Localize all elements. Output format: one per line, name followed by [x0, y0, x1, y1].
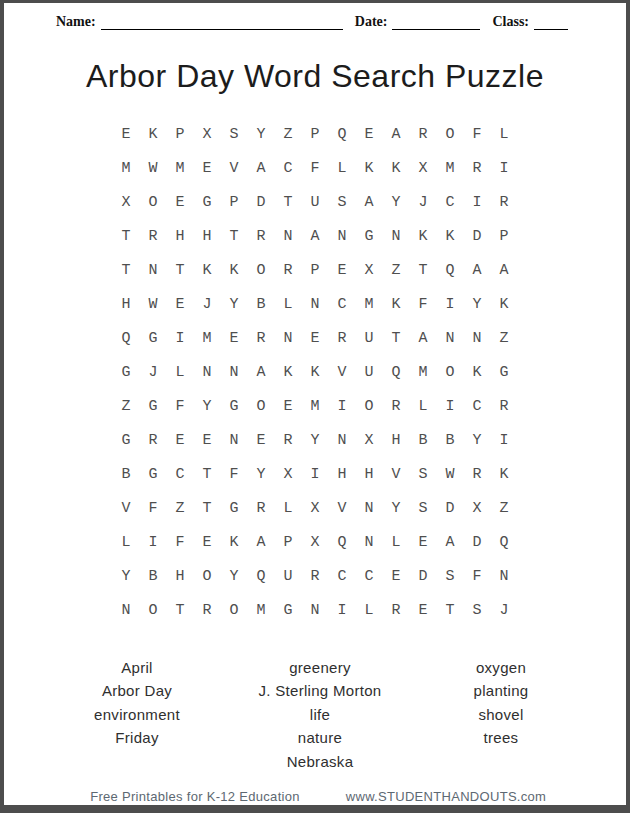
grid-cell: A [356, 185, 383, 219]
word-list-column-3: oxygenplantingshoveltrees [391, 656, 611, 750]
word-item: planting [391, 679, 611, 702]
grid-cell: N [140, 253, 167, 287]
grid-cell: Y [248, 457, 275, 491]
grid-cell: P [302, 117, 329, 151]
class-underline [534, 14, 568, 30]
grid-cell: G [491, 355, 518, 389]
grid-cell: T [275, 185, 302, 219]
grid-cell: Q [383, 355, 410, 389]
grid-cell: H [167, 219, 194, 253]
grid-cell: L [329, 151, 356, 185]
grid-cell: S [329, 185, 356, 219]
grid-cell: S [410, 457, 437, 491]
grid-cell: F [221, 457, 248, 491]
grid-cell: A [248, 355, 275, 389]
grid-cell: R [140, 219, 167, 253]
grid-cell: Y [113, 559, 140, 593]
grid-cell: E [167, 287, 194, 321]
grid-cell: M [410, 355, 437, 389]
grid-cell: F [410, 287, 437, 321]
grid-cell: L [491, 117, 518, 151]
grid-cell: N [194, 355, 221, 389]
grid-cell: T [113, 253, 140, 287]
grid-cell: F [302, 151, 329, 185]
grid-cell: C [464, 389, 491, 423]
grid-cell: R [248, 219, 275, 253]
grid-cell: A [302, 219, 329, 253]
grid-cell: I [329, 389, 356, 423]
grid-cell: R [329, 321, 356, 355]
grid-cell: E [194, 525, 221, 559]
grid-cell: J [410, 185, 437, 219]
grid-cell: Y [383, 185, 410, 219]
grid-cell: B [437, 423, 464, 457]
grid-cell: S [437, 559, 464, 593]
grid-cell: N [464, 321, 491, 355]
grid-cell: V [113, 491, 140, 525]
grid-cell: E [194, 423, 221, 457]
grid-cell: G [194, 185, 221, 219]
grid-cell: X [302, 525, 329, 559]
grid-cell: T [194, 457, 221, 491]
grid-cell: C [329, 287, 356, 321]
grid-cell: H [383, 423, 410, 457]
grid-cell: Z [383, 253, 410, 287]
grid-cell: N [356, 491, 383, 525]
grid-cell: U [302, 185, 329, 219]
grid-cell: O [356, 389, 383, 423]
grid-cell: X [113, 185, 140, 219]
grid-cell: Z [275, 117, 302, 151]
grid-cell: S [464, 593, 491, 627]
grid-cell: N [491, 559, 518, 593]
grid-cell: V [383, 457, 410, 491]
grid-cell: Q [248, 559, 275, 593]
grid-cell: N [221, 355, 248, 389]
grid-cell: C [437, 185, 464, 219]
grid-cell: A [410, 321, 437, 355]
grid-cell: P [491, 219, 518, 253]
grid-cell: K [383, 287, 410, 321]
grid-cell: L [383, 525, 410, 559]
grid-cell: V [329, 355, 356, 389]
grid-cell: G [140, 457, 167, 491]
grid-cell: T [113, 219, 140, 253]
grid-cell: I [302, 457, 329, 491]
name-underline [101, 14, 343, 30]
grid-cell: J [194, 287, 221, 321]
grid-cell: O [248, 389, 275, 423]
grid-cell: F [464, 117, 491, 151]
grid-cell: H [329, 457, 356, 491]
grid-cell: K [302, 355, 329, 389]
grid-cell: S [221, 117, 248, 151]
grid-cell: E [194, 151, 221, 185]
grid-cell: C [167, 457, 194, 491]
word-item: oxygen [391, 656, 611, 679]
grid-cell: Y [302, 423, 329, 457]
class-label: Class: [492, 14, 529, 30]
grid-cell: O [140, 185, 167, 219]
grid-cell: K [275, 355, 302, 389]
grid-cell: R [194, 593, 221, 627]
grid-cell: Y [221, 287, 248, 321]
grid-cell: I [437, 287, 464, 321]
grid-cell: K [491, 287, 518, 321]
grid-cell: M [248, 593, 275, 627]
grid-cell: M [302, 389, 329, 423]
grid-cell: Z [491, 321, 518, 355]
grid-cell: O [140, 593, 167, 627]
grid-cell: B [113, 457, 140, 491]
grid-cell: E [329, 253, 356, 287]
grid-cell: M [437, 151, 464, 185]
grid-cell: M [194, 321, 221, 355]
grid-cell: E [410, 593, 437, 627]
grid-cell: O [437, 117, 464, 151]
grid-cell: R [383, 593, 410, 627]
grid-cell: Q [491, 525, 518, 559]
grid-cell: F [140, 491, 167, 525]
grid-cell: N [113, 593, 140, 627]
word-item: Nebraska [210, 750, 430, 773]
grid-cell: E [302, 321, 329, 355]
grid-cell: Y [194, 389, 221, 423]
grid-cell: P [221, 185, 248, 219]
grid-cell: A [248, 151, 275, 185]
grid-cell: R [491, 389, 518, 423]
grid-cell: X [356, 423, 383, 457]
grid-cell: K [437, 219, 464, 253]
footer-website: www.STUDENTHANDOUTS.com [296, 789, 596, 804]
grid-cell: M [113, 151, 140, 185]
grid-cell: E [113, 117, 140, 151]
grid-cell: H [356, 457, 383, 491]
grid-cell: A [383, 117, 410, 151]
grid-cell: N [275, 321, 302, 355]
grid-cell: L [356, 593, 383, 627]
grid-cell: H [194, 219, 221, 253]
grid-cell: C [275, 151, 302, 185]
grid-cell: N [221, 423, 248, 457]
grid-cell: I [329, 593, 356, 627]
grid-cell: D [248, 185, 275, 219]
grid-cell: A [491, 253, 518, 287]
grid-cell: T [167, 253, 194, 287]
grid-cell: F [167, 525, 194, 559]
grid-cell: I [140, 525, 167, 559]
grid-cell: A [464, 253, 491, 287]
grid-cell: G [113, 355, 140, 389]
grid-cell: O [194, 559, 221, 593]
grid-cell: T [437, 593, 464, 627]
grid-cell: E [221, 321, 248, 355]
grid-cell: K [140, 117, 167, 151]
grid-cell: R [248, 321, 275, 355]
grid-cell: K [410, 219, 437, 253]
grid-cell: O [437, 355, 464, 389]
grid-cell: K [464, 355, 491, 389]
grid-cell: C [329, 559, 356, 593]
grid-cell: O [221, 593, 248, 627]
grid-cell: D [410, 559, 437, 593]
grid-cell: I [437, 389, 464, 423]
grid-cell: Y [221, 559, 248, 593]
grid-cell: W [140, 151, 167, 185]
grid-cell: W [437, 457, 464, 491]
grid-cell: W [140, 287, 167, 321]
grid-cell: R [275, 253, 302, 287]
grid-cell: Q [329, 117, 356, 151]
grid-cell: R [302, 559, 329, 593]
grid-cell: V [221, 151, 248, 185]
grid-cell: N [329, 423, 356, 457]
grid-cell: D [464, 525, 491, 559]
grid-cell: Y [248, 117, 275, 151]
grid-cell: Y [383, 491, 410, 525]
grid-cell: Q [437, 253, 464, 287]
grid-cell: M [356, 287, 383, 321]
grid-cell: K [194, 253, 221, 287]
grid-cell: A [248, 525, 275, 559]
grid-cell: G [140, 321, 167, 355]
grid-cell: G [113, 423, 140, 457]
grid-cell: E [275, 389, 302, 423]
grid-cell: N [356, 525, 383, 559]
grid-cell: X [275, 457, 302, 491]
word-item: shovel [391, 703, 611, 726]
grid-cell: I [491, 423, 518, 457]
grid-cell: J [140, 355, 167, 389]
grid-cell: E [248, 423, 275, 457]
grid-cell: R [140, 423, 167, 457]
grid-cell: G [221, 491, 248, 525]
grid-cell: Z [491, 491, 518, 525]
grid-cell: N [302, 287, 329, 321]
grid-cell: R [410, 117, 437, 151]
grid-cell: I [464, 185, 491, 219]
grid-cell: E [167, 185, 194, 219]
grid-cell: L [113, 525, 140, 559]
grid-cell: R [383, 389, 410, 423]
grid-cell: Q [113, 321, 140, 355]
grid-cell: M [167, 151, 194, 185]
grid-cell: B [140, 559, 167, 593]
grid-cell: L [275, 287, 302, 321]
grid-cell: Z [167, 491, 194, 525]
grid-cell: R [275, 423, 302, 457]
grid-cell: C [356, 559, 383, 593]
grid-cell: G [140, 389, 167, 423]
grid-cell: Z [113, 389, 140, 423]
grid-cell: K [221, 525, 248, 559]
grid-cell: E [383, 559, 410, 593]
grid-cell: K [221, 253, 248, 287]
grid-cell: G [356, 219, 383, 253]
worksheet-page: Name: Date: Class: Arbor Day Word Search… [0, 0, 630, 813]
grid-cell: X [302, 491, 329, 525]
grid-cell: B [410, 423, 437, 457]
grid-cell: R [464, 151, 491, 185]
grid-cell: F [464, 559, 491, 593]
grid-cell: F [167, 389, 194, 423]
grid-cell: U [275, 559, 302, 593]
header-fill-in-line: Name: Date: Class: [56, 14, 568, 30]
grid-cell: S [410, 491, 437, 525]
grid-cell: X [410, 151, 437, 185]
grid-cell: P [302, 253, 329, 287]
grid-cell: K [356, 151, 383, 185]
grid-cell: T [167, 593, 194, 627]
grid-cell: E [167, 423, 194, 457]
grid-cell: T [410, 253, 437, 287]
grid-cell: N [329, 219, 356, 253]
date-label: Date: [355, 14, 388, 30]
grid-cell: E [356, 117, 383, 151]
grid-cell: N [275, 219, 302, 253]
grid-cell: N [383, 219, 410, 253]
grid-cell: Y [464, 287, 491, 321]
grid-cell: I [491, 151, 518, 185]
grid-cell: R [248, 491, 275, 525]
grid-cell: Y [464, 423, 491, 457]
grid-cell: J [491, 593, 518, 627]
grid-cell: T [194, 491, 221, 525]
grid-cell: X [356, 253, 383, 287]
page-title: Arbor Day Word Search Puzzle [4, 58, 626, 95]
grid-cell: H [113, 287, 140, 321]
grid-cell: P [167, 117, 194, 151]
grid-cell: B [248, 287, 275, 321]
grid-cell: U [356, 355, 383, 389]
word-search-grid: EKPXSYZPQEAROFLMWMEVACFLKKXMRIXOEGPDTUSA… [113, 117, 518, 627]
grid-cell: L [410, 389, 437, 423]
grid-cell: R [491, 185, 518, 219]
grid-cell: L [167, 355, 194, 389]
grid-cell: H [167, 559, 194, 593]
grid-cell: N [302, 593, 329, 627]
grid-cell: V [329, 491, 356, 525]
grid-cell: D [437, 491, 464, 525]
word-item: trees [391, 726, 611, 749]
grid-cell: U [356, 321, 383, 355]
grid-cell: L [275, 491, 302, 525]
grid-cell: G [221, 389, 248, 423]
grid-cell: T [383, 321, 410, 355]
grid-cell: R [464, 457, 491, 491]
grid-cell: O [248, 253, 275, 287]
grid-cell: N [437, 321, 464, 355]
name-label: Name: [56, 14, 96, 30]
grid-cell: X [464, 491, 491, 525]
date-underline [392, 14, 480, 30]
grid-cell: D [464, 219, 491, 253]
grid-cell: A [437, 525, 464, 559]
grid-cell: Q [329, 525, 356, 559]
grid-cell: K [383, 151, 410, 185]
grid-cell: G [275, 593, 302, 627]
grid-cell: K [491, 457, 518, 491]
grid-cell: P [275, 525, 302, 559]
grid-cell: I [167, 321, 194, 355]
grid-cell: T [221, 219, 248, 253]
grid-cell: E [410, 525, 437, 559]
grid-cell: X [194, 117, 221, 151]
